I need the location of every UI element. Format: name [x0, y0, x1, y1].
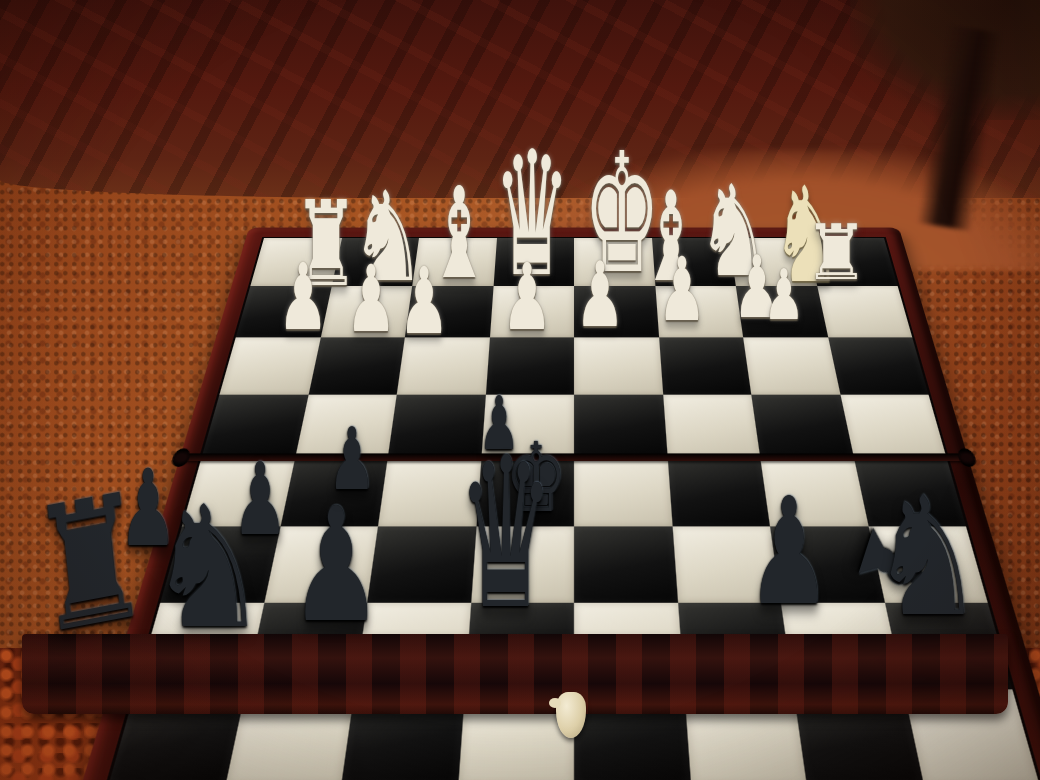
white-pawn[interactable]: ♟ [763, 260, 804, 330]
black-pawn[interactable]: ♟ [747, 478, 832, 626]
black-pawn[interactable]: ♟ [290, 486, 382, 644]
black-knight[interactable]: ♞ [870, 476, 985, 640]
black-pawn[interactable]: ♟ [232, 450, 288, 550]
white-pawn[interactable]: ♟ [345, 254, 396, 346]
pieces-layer: ♜♞♝♛♚♝♞♞♜♟♟♟♟♟♟♟♟♜♟♞♟♟♟♟♚♛♟♝♞ [0, 0, 1040, 780]
white-pawn[interactable]: ♟ [658, 246, 707, 334]
black-queen[interactable]: ♛ [458, 430, 555, 638]
black-pawn[interactable]: ♟ [328, 416, 376, 502]
white-pawn[interactable]: ♟ [501, 252, 552, 344]
white-rook[interactable]: ♜ [804, 215, 869, 291]
white-pawn[interactable]: ♟ [398, 256, 449, 348]
white-pawn[interactable]: ♟ [277, 252, 328, 344]
white-pawn[interactable]: ♟ [575, 250, 625, 340]
